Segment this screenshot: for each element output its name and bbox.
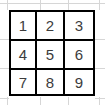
gridline-horizontal-row2-left [0,68,9,69]
gridline-horizontal-bottom-left [0,98,9,99]
grid-cell-r2c3[interactable]: 6 [65,41,93,68]
gridline-horizontal-top [0,3,105,4]
gridline-horizontal-row1-left [0,39,9,40]
gridline-horizontal-row1-right [95,39,105,40]
grid-cell-r2c2[interactable]: 5 [37,41,63,68]
gridline-horizontal-bottom-right [95,98,105,99]
grid-cell-r1c1[interactable]: 1 [11,12,35,39]
gridline-horizontal-row2-right [95,68,105,69]
gridline-vertical-left-top [7,0,8,10]
grid-cell-r3c2[interactable]: 8 [37,70,63,94]
grid-cell-r1c3[interactable]: 3 [65,12,93,39]
gridline-vertical-mid2-bottom [68,97,69,105]
gridline-vertical-mid2-top [68,0,69,10]
grid-cell-r2c1[interactable]: 4 [11,41,35,68]
grid-cell-r3c3[interactable]: 9 [65,70,93,94]
gridline-vertical-right-top [99,0,100,10]
grid-cell-r1c2[interactable]: 2 [37,12,63,39]
number-grid: 1 2 3 4 5 6 7 8 9 [9,10,95,96]
gridline-vertical-mid1-bottom [40,97,41,105]
screenshot-canvas: 1 2 3 4 5 6 7 8 9 [0,0,105,105]
grid-cell-r3c1[interactable]: 7 [11,70,35,94]
gridline-vertical-mid1-top [40,0,41,10]
